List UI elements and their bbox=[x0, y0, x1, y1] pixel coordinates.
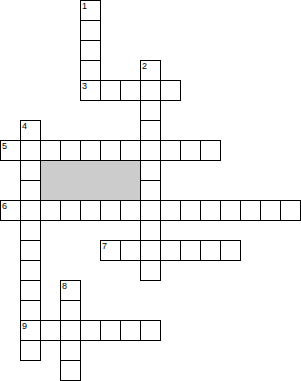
crossword-cell[interactable] bbox=[220, 200, 241, 221]
crossword-cell[interactable] bbox=[80, 40, 101, 61]
crossword-cell[interactable] bbox=[100, 240, 121, 261]
crossword-cell[interactable] bbox=[100, 320, 121, 341]
crossword-cell[interactable] bbox=[140, 100, 161, 121]
crossword-cell[interactable] bbox=[140, 240, 161, 261]
crossword-cell[interactable] bbox=[60, 280, 81, 301]
crossword-cell[interactable] bbox=[0, 200, 21, 221]
crossword-cell[interactable] bbox=[100, 200, 121, 221]
crossword-cell[interactable] bbox=[100, 80, 121, 101]
crossword-cell[interactable] bbox=[80, 20, 101, 41]
crossword-cell[interactable] bbox=[140, 140, 161, 161]
crossword-cell[interactable] bbox=[20, 260, 41, 281]
crossword-cell[interactable] bbox=[120, 320, 141, 341]
crossword-cell[interactable] bbox=[20, 160, 41, 181]
crossword-cell[interactable] bbox=[140, 120, 161, 141]
crossword-cell[interactable] bbox=[80, 80, 101, 101]
crossword-cell[interactable] bbox=[40, 320, 61, 341]
crossword-cell[interactable] bbox=[140, 200, 161, 221]
crossword-cell[interactable] bbox=[140, 80, 161, 101]
crossword-cell[interactable] bbox=[20, 340, 41, 361]
crossword-cell[interactable] bbox=[180, 240, 201, 261]
crossword-cell[interactable] bbox=[40, 200, 61, 221]
crossword-cell[interactable] bbox=[20, 140, 41, 161]
crossword-cell[interactable] bbox=[20, 320, 41, 341]
crossword-cell[interactable] bbox=[80, 140, 101, 161]
crossword-cell[interactable] bbox=[100, 140, 121, 161]
crossword-cell[interactable] bbox=[20, 200, 41, 221]
crossword-cell[interactable] bbox=[160, 140, 181, 161]
crossword-cell[interactable] bbox=[160, 200, 181, 221]
crossword-cell[interactable] bbox=[120, 240, 141, 261]
crossword-cell[interactable] bbox=[200, 140, 221, 161]
crossword-cell[interactable] bbox=[20, 220, 41, 241]
crossword-cell[interactable] bbox=[80, 320, 101, 341]
crossword-cell[interactable] bbox=[180, 140, 201, 161]
crossword-cell[interactable] bbox=[20, 180, 41, 201]
crossword-cell[interactable] bbox=[220, 240, 241, 261]
crossword-cell[interactable] bbox=[140, 320, 161, 341]
crossword-cell[interactable] bbox=[140, 220, 161, 241]
picture-block bbox=[40, 160, 141, 201]
crossword-cell[interactable] bbox=[60, 200, 81, 221]
crossword-cell[interactable] bbox=[120, 80, 141, 101]
crossword-cell[interactable] bbox=[20, 280, 41, 301]
crossword-cell[interactable] bbox=[140, 160, 161, 181]
crossword-cell[interactable] bbox=[60, 300, 81, 321]
crossword-cell[interactable] bbox=[160, 80, 181, 101]
crossword-cell[interactable] bbox=[60, 360, 81, 381]
crossword-cell[interactable] bbox=[20, 240, 41, 261]
crossword-cell[interactable] bbox=[280, 200, 301, 221]
crossword-cell[interactable] bbox=[60, 340, 81, 361]
crossword-cell[interactable] bbox=[120, 200, 141, 221]
crossword-cell[interactable] bbox=[160, 240, 181, 261]
crossword-cell[interactable] bbox=[120, 140, 141, 161]
crossword-cell[interactable] bbox=[140, 180, 161, 201]
crossword-cell[interactable] bbox=[260, 200, 281, 221]
crossword-cell[interactable] bbox=[200, 200, 221, 221]
crossword-cell[interactable] bbox=[80, 60, 101, 81]
crossword-cell[interactable] bbox=[80, 200, 101, 221]
crossword-cell[interactable] bbox=[60, 140, 81, 161]
crossword-cell[interactable] bbox=[200, 240, 221, 261]
crossword-cell[interactable] bbox=[140, 60, 161, 81]
crossword-cell[interactable] bbox=[240, 200, 261, 221]
crossword-cell[interactable] bbox=[80, 0, 101, 21]
crossword-cell[interactable] bbox=[60, 320, 81, 341]
crossword-cell[interactable] bbox=[180, 200, 201, 221]
crossword-board: 123456789 bbox=[0, 0, 301, 381]
crossword-cell[interactable] bbox=[0, 140, 21, 161]
crossword-cell[interactable] bbox=[20, 300, 41, 321]
crossword-cell[interactable] bbox=[40, 140, 61, 161]
crossword-cell[interactable] bbox=[140, 260, 161, 281]
crossword-cell[interactable] bbox=[20, 120, 41, 141]
